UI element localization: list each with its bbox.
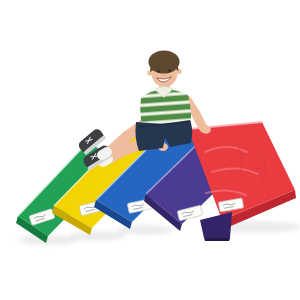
mat-purple-tip-face (200, 212, 232, 238)
mat-purple-tip (200, 212, 232, 241)
rest-mats-scene (0, 0, 300, 300)
product-photo (0, 0, 300, 300)
child-hair (149, 51, 180, 74)
child-near-sock (102, 152, 107, 155)
mat-purple-tip-edge (204, 238, 230, 241)
floor-shadows (18, 221, 300, 245)
